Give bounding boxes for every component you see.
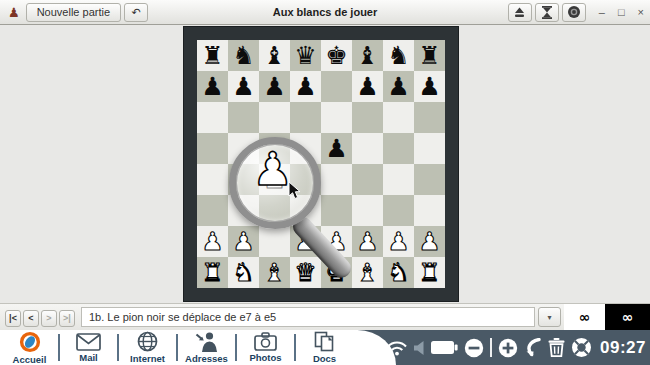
square-e5[interactable]: ♟ (321, 133, 352, 164)
move-bar: |<<>>| 1b. Le pion noir se déplace de e7… (0, 303, 650, 330)
white-pawn: ♟ (387, 229, 409, 254)
eject-button[interactable] (508, 3, 532, 22)
black-knight: ♞ (232, 43, 254, 68)
square-c7[interactable]: ♟ (259, 71, 290, 102)
square-h2[interactable]: ♟ (414, 226, 445, 257)
square-a1[interactable]: ♜ (197, 257, 228, 288)
white-pawn: ♟ (201, 229, 223, 254)
mouse-cursor-icon (288, 181, 303, 200)
taskbar-item-photos[interactable]: Photos (238, 332, 293, 363)
zoom-out-icon[interactable] (464, 338, 484, 358)
square-f5[interactable] (352, 133, 383, 164)
white-bishop: ♝ (263, 260, 285, 285)
black-queen: ♛ (294, 43, 316, 68)
docs-pages-icon (314, 331, 335, 352)
white-pawn: ♟ (418, 229, 440, 254)
square-c2[interactable] (259, 226, 290, 257)
square-g2[interactable]: ♟ (383, 226, 414, 257)
taskbar-item-docs[interactable]: Docs (297, 331, 352, 364)
black-rook: ♜ (418, 43, 440, 68)
square-h4[interactable] (414, 164, 445, 195)
square-h7[interactable]: ♟ (414, 71, 445, 102)
record-icon (567, 5, 581, 19)
minimize-button[interactable]: – (599, 7, 605, 18)
black-pawn: ♟ (201, 74, 223, 99)
white-knight: ♞ (387, 260, 409, 285)
chevron-down-icon: ▾ (547, 313, 551, 322)
black-pawn: ♟ (356, 74, 378, 99)
move-nav-previous-button[interactable]: < (23, 310, 39, 327)
accueil-logo-icon (19, 331, 41, 353)
square-a8[interactable]: ♜ (197, 40, 228, 71)
black-pawn: ♟ (418, 74, 440, 99)
taskbar: AccueilMailInternetAdressesPhotosDocs 09… (0, 330, 650, 365)
square-g3[interactable] (383, 195, 414, 226)
square-h8[interactable]: ♜ (414, 40, 445, 71)
taskbar-item-accueil[interactable]: Accueil (2, 331, 57, 365)
mail-icon (76, 333, 101, 351)
move-description-field[interactable]: 1b. Le pion noir se déplace de e7 à e5 (81, 307, 535, 327)
black-pawn: ♟ (232, 74, 254, 99)
black-bishop: ♝ (356, 43, 378, 68)
square-a4[interactable] (197, 164, 228, 195)
square-f3[interactable] (352, 195, 383, 226)
internet-globe-icon (137, 331, 158, 352)
taskbar-divider (117, 334, 119, 361)
black-pawn: ♟ (387, 74, 409, 99)
taskbar-item-label: Mail (79, 352, 97, 363)
black-king: ♚ (325, 43, 347, 68)
move-nav-first-button[interactable]: |< (5, 310, 21, 327)
adresses-person-icon (195, 331, 218, 352)
square-h5[interactable] (414, 133, 445, 164)
black-pawn: ♟ (325, 136, 347, 161)
taskbar-divider (235, 334, 237, 361)
square-f1[interactable]: ♝ (352, 257, 383, 288)
square-d1[interactable]: ♛ (290, 257, 321, 288)
white-rook: ♜ (418, 260, 440, 285)
square-e3[interactable] (321, 195, 352, 226)
square-c6[interactable] (259, 102, 290, 133)
square-d7[interactable]: ♟ (290, 71, 321, 102)
taskbar-status: 09:27 (386, 330, 646, 365)
white-knight: ♞ (232, 260, 254, 285)
close-button[interactable]: × (638, 7, 644, 18)
taskbar-divider (176, 334, 178, 361)
square-g4[interactable] (383, 164, 414, 195)
square-a3[interactable] (197, 195, 228, 226)
square-d8[interactable]: ♛ (290, 40, 321, 71)
taskbar-apps: AccueilMailInternetAdressesPhotosDocs (0, 330, 396, 365)
square-e6[interactable] (321, 102, 352, 133)
square-a7[interactable]: ♟ (197, 71, 228, 102)
white-rook: ♜ (201, 260, 223, 285)
black-clock: ∞ (605, 304, 650, 331)
taskbar-item-label: Internet (130, 353, 165, 364)
square-g7[interactable]: ♟ (383, 71, 414, 102)
black-pawn: ♟ (263, 74, 285, 99)
square-b6[interactable] (228, 102, 259, 133)
move-nav-group: |<<>>| (5, 307, 77, 327)
white-pawn: ♟ (232, 229, 254, 254)
square-b1[interactable]: ♞ (228, 257, 259, 288)
square-f2[interactable]: ♟ (352, 226, 383, 257)
taskbar-divider (294, 334, 296, 361)
taskbar-item-internet[interactable]: Internet (120, 331, 175, 364)
toolbar: ♟ Nouvelle partie ↶ Aux blancs de jouer … (0, 0, 650, 25)
taskbar-divider (58, 334, 60, 361)
square-e4[interactable] (321, 164, 352, 195)
square-c8[interactable]: ♝ (259, 40, 290, 71)
chess-app-window: ♟ Nouvelle partie ↶ Aux blancs de jouer … (0, 0, 650, 365)
square-d6[interactable] (290, 102, 321, 133)
square-f6[interactable] (352, 102, 383, 133)
square-b2[interactable]: ♟ (228, 226, 259, 257)
square-e8[interactable]: ♚ (321, 40, 352, 71)
square-g1[interactable]: ♞ (383, 257, 414, 288)
toolbar-right-group: – □ × (505, 3, 644, 22)
photos-camera-icon (254, 332, 277, 351)
square-c1[interactable]: ♝ (259, 257, 290, 288)
system-clock: 09:27 (600, 338, 646, 358)
hourglass-button[interactable] (535, 3, 559, 22)
taskbar-item-label: Photos (249, 352, 281, 363)
white-pawn: ♟ (356, 229, 378, 254)
white-queen: ♛ (294, 260, 316, 285)
square-e7[interactable] (321, 71, 352, 102)
taskbar-item-adresses[interactable]: Adresses (179, 331, 234, 364)
square-f4[interactable] (352, 164, 383, 195)
black-bishop: ♝ (263, 43, 285, 68)
square-f8[interactable]: ♝ (352, 40, 383, 71)
speaker-icon[interactable] (414, 341, 425, 355)
hourglass-icon (541, 6, 553, 19)
square-a6[interactable] (197, 102, 228, 133)
black-rook: ♜ (201, 43, 223, 68)
square-g5[interactable] (383, 133, 414, 164)
taskbar-item-label: Adresses (185, 353, 228, 364)
white-bishop: ♝ (356, 260, 378, 285)
battery-icon (431, 341, 458, 354)
black-knight: ♞ (387, 43, 409, 68)
move-description-text: 1b. Le pion noir se déplace de e7 à e5 (89, 311, 276, 323)
zoom-in-icon[interactable] (498, 338, 518, 358)
taskbar-item-mail[interactable]: Mail (61, 333, 116, 363)
taskbar-item-label: Docs (313, 353, 336, 364)
record-button[interactable] (562, 3, 586, 22)
move-list-dropdown-button[interactable]: ▾ (538, 307, 561, 327)
square-g8[interactable]: ♞ (383, 40, 414, 71)
taskbar-item-label: Accueil (13, 354, 47, 365)
eject-icon (513, 6, 526, 18)
white-clock: ∞ (564, 304, 605, 331)
move-nav-last-button[interactable]: >| (59, 310, 75, 327)
help-lifebuoy-icon[interactable] (571, 337, 592, 358)
status-divider (490, 338, 492, 357)
square-a5[interactable] (197, 133, 228, 164)
black-pawn: ♟ (294, 74, 316, 99)
square-h6[interactable] (414, 102, 445, 133)
square-b8[interactable]: ♞ (228, 40, 259, 71)
square-h3[interactable] (414, 195, 445, 226)
square-f7[interactable]: ♟ (352, 71, 383, 102)
square-h1[interactable]: ♜ (414, 257, 445, 288)
square-g6[interactable] (383, 102, 414, 133)
square-a2[interactable]: ♟ (197, 226, 228, 257)
trash-icon[interactable] (548, 338, 565, 357)
wifi-icon[interactable] (386, 340, 408, 356)
maximize-button[interactable]: □ (618, 7, 625, 18)
move-nav-next-button[interactable]: > (41, 310, 57, 327)
back-arrow-icon[interactable] (524, 338, 542, 357)
square-b7[interactable]: ♟ (228, 71, 259, 102)
